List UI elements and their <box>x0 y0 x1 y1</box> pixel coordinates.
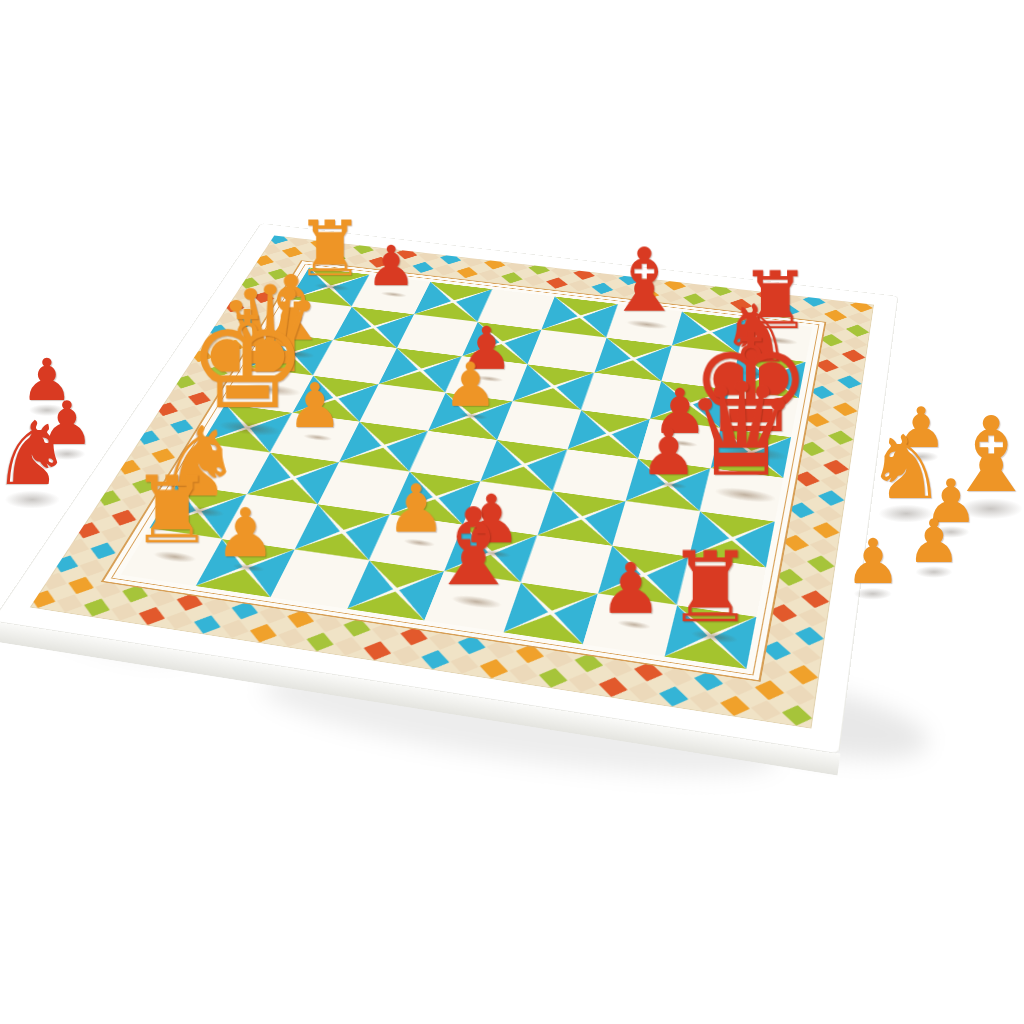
border-diamond <box>261 244 281 255</box>
border-diamond <box>810 386 834 399</box>
knight-icon: ♞ <box>0 410 71 498</box>
border-diamond <box>484 258 505 269</box>
border-diamond <box>812 372 836 385</box>
border-diamond <box>844 337 868 349</box>
border-diamond <box>820 334 843 346</box>
border-diamond <box>824 310 847 322</box>
border-diamond <box>828 431 853 445</box>
rook-icon: ♜ <box>667 538 755 636</box>
queen-icon: ♛ <box>684 365 799 494</box>
border-diamond <box>804 573 832 590</box>
border-diamond <box>599 677 628 697</box>
border-diamond <box>111 603 137 621</box>
border-diamond <box>524 275 546 286</box>
border-diamond <box>826 445 851 460</box>
border-diamond <box>835 389 859 402</box>
pawn-icon: ♟ <box>907 511 961 571</box>
border-diamond <box>222 620 249 638</box>
border-diamond <box>307 633 334 652</box>
border-diamond <box>435 264 456 275</box>
border-diamond <box>529 264 550 275</box>
border-diamond <box>364 641 391 660</box>
border-diamond <box>418 251 439 262</box>
border-diamond <box>462 256 483 267</box>
border-diamond <box>546 277 568 288</box>
border-diamond <box>250 624 277 643</box>
border-diamond <box>440 253 461 264</box>
border-diamond <box>53 555 78 572</box>
border-diamond <box>807 555 834 572</box>
rook-icon: ♜ <box>130 463 214 556</box>
pawn-icon: ♟ <box>845 531 901 593</box>
chessboard: ♜♟♝♜♞♝♟♛♟♟♚♚♟♟♛♞♟♟♜♟♝♟♜ <box>0 224 897 753</box>
border-diamond <box>573 269 595 280</box>
border-diamond <box>335 637 362 656</box>
pawn-icon: ♟ <box>215 500 276 568</box>
border-diamond <box>848 312 871 324</box>
border-diamond <box>101 526 126 542</box>
border-diamond <box>751 700 781 720</box>
border-diamond <box>30 590 55 608</box>
border-diamond <box>813 522 840 538</box>
border-diamond <box>509 664 537 683</box>
border-diamond <box>815 506 842 522</box>
border-diamond <box>782 705 812 726</box>
border-diamond <box>795 627 824 646</box>
border-diamond <box>97 490 121 506</box>
border-diamond <box>810 539 837 556</box>
bishop-icon: ♝ <box>425 494 521 601</box>
border-diamond <box>801 590 829 608</box>
border-diamond <box>798 608 826 626</box>
border-diamond <box>837 375 861 388</box>
border-diamond <box>755 680 785 700</box>
border-diamond <box>68 577 93 594</box>
border-diamond <box>629 682 658 702</box>
border-diamond <box>139 607 165 625</box>
border-diamond <box>789 665 818 685</box>
border-diamond <box>75 522 100 538</box>
border-diamond <box>166 611 192 629</box>
border-diamond <box>826 298 849 310</box>
border-diamond <box>850 301 873 313</box>
border-diamond <box>84 599 110 617</box>
border-diamond <box>451 655 479 674</box>
border-diamond <box>818 490 844 506</box>
border-diamond <box>846 325 869 337</box>
border-diamond <box>64 539 89 556</box>
border-diamond <box>42 573 67 590</box>
border-diamond <box>501 272 522 283</box>
border-diamond <box>194 615 220 633</box>
border-diamond <box>86 506 110 522</box>
border-diamond <box>659 686 688 706</box>
border-diamond <box>785 685 815 705</box>
border-diamond <box>392 646 420 665</box>
border-diamond <box>569 673 598 693</box>
border-diamond <box>817 347 841 360</box>
border-diamond <box>569 280 591 291</box>
border-diamond <box>690 691 719 711</box>
border-diamond <box>57 594 83 612</box>
border-diamond <box>830 416 855 430</box>
border-diamond <box>687 282 709 293</box>
border-diamond <box>91 542 116 559</box>
border-diamond <box>80 559 105 576</box>
square-f4[interactable] <box>553 449 639 501</box>
product-photo-stage: ♜♟♝♜♞♝♟♛♟♟♚♚♟♟♛♞♟♟♜♟♝♟♜ ♟♟♞ ♟♞♝♟♟♟ <box>0 0 1024 1024</box>
border-diamond <box>720 696 750 716</box>
border-diamond <box>823 460 849 475</box>
border-diamond <box>792 646 821 665</box>
border-diamond <box>421 650 449 669</box>
border-diamond <box>551 266 573 277</box>
border-diamond <box>821 475 847 490</box>
border-diamond <box>164 389 187 402</box>
border-diamond <box>457 267 478 278</box>
border-diamond <box>842 350 866 363</box>
border-diamond <box>833 402 858 416</box>
border-diamond <box>822 322 845 334</box>
border-diamond <box>815 359 839 372</box>
border-diamond <box>479 270 500 281</box>
border-diamond <box>840 362 864 375</box>
border-diamond <box>539 668 568 688</box>
border-diamond <box>480 659 508 678</box>
border-diamond <box>506 261 527 272</box>
border-diamond <box>268 236 288 245</box>
border-diamond <box>107 475 131 490</box>
pawn-icon: ♟ <box>599 554 662 624</box>
border-diamond <box>278 628 305 647</box>
